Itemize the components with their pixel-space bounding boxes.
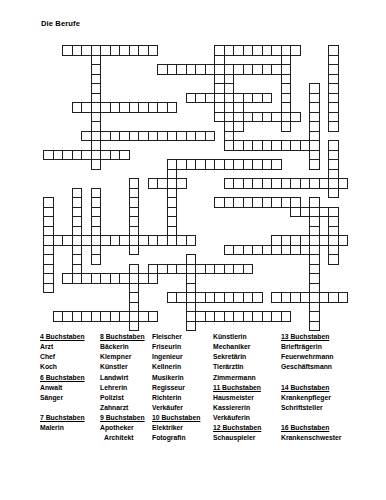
word-list-item: Hausmeister <box>213 393 279 403</box>
crossword-cell[interactable] <box>281 102 292 113</box>
crossword-cell[interactable] <box>43 283 54 294</box>
word-list-item: Kellnerin <box>152 362 212 372</box>
word-list-item: Künstler <box>100 362 152 372</box>
crossword-cell[interactable] <box>129 264 140 275</box>
word-list-column: FleischerFriseurinIngenieurKellnerinMusi… <box>152 332 212 444</box>
crossword-cell[interactable] <box>233 121 244 132</box>
crossword-cell[interactable] <box>224 83 235 94</box>
crossword-cell[interactable] <box>205 131 216 142</box>
crossword-cell[interactable] <box>148 311 159 322</box>
crossword-cell[interactable] <box>224 131 235 142</box>
word-list-item: Schriftsteller <box>281 403 381 413</box>
word-list-item: Elektriker <box>152 423 212 433</box>
crossword-cell[interactable] <box>72 264 83 275</box>
word-list-item: Geschäftsmann <box>281 362 381 372</box>
word-list-column: KünstlerinMechanikerSekretärinTierärztin… <box>213 332 279 444</box>
word-list-item: Klempner <box>100 352 152 362</box>
word-list-header: 12 Buchstaben <box>213 423 279 433</box>
crossword-cell[interactable] <box>186 283 197 294</box>
word-list-item: Lehrerin <box>100 383 152 393</box>
word-list-item: Schauspieler <box>213 433 279 443</box>
word-list-column: 8 BuchstabenBäckerinKlempnerKünstlerLand… <box>100 332 152 444</box>
crossword-cell[interactable] <box>233 102 244 113</box>
crossword-cell[interactable] <box>338 178 349 189</box>
word-list-item: Fleischer <box>152 332 212 342</box>
crossword-cell[interactable] <box>262 93 273 104</box>
crossword-cell[interactable] <box>43 226 54 237</box>
crossword-cell[interactable] <box>309 321 320 332</box>
word-list-header: 14 Buchstaben <box>281 383 381 393</box>
crossword-cell[interactable] <box>309 159 320 170</box>
word-list-item: Fotografin <box>152 433 212 443</box>
crossword-cell[interactable] <box>186 254 197 265</box>
crossword-cell[interactable] <box>328 169 339 180</box>
word-list-item: Feuerwehrmann <box>281 352 381 362</box>
word-list-item: Kassiererin <box>213 403 279 413</box>
word-list-header: 13 Buchstaben <box>281 332 381 342</box>
crossword-cell[interactable] <box>167 102 178 113</box>
crossword-cell[interactable] <box>148 273 159 284</box>
crossword-cell[interactable] <box>129 245 140 256</box>
word-list-item: Zahnarzt <box>100 403 152 413</box>
crossword-cell[interactable] <box>91 159 102 170</box>
word-list-item: Chef <box>40 352 98 362</box>
crossword-cell[interactable] <box>129 321 140 332</box>
crossword-cell[interactable] <box>328 254 339 265</box>
word-list-item: Koch <box>40 362 98 372</box>
word-list-item: Tierärztin <box>213 362 279 372</box>
word-list-item: Verkäufer <box>152 403 212 413</box>
word-list-item: Krankenpfleger <box>281 393 381 403</box>
crossword-cell[interactable] <box>176 178 187 189</box>
word-list-header: 6 Buchstaben <box>40 373 98 383</box>
crossword-cell[interactable] <box>167 226 178 237</box>
word-list: 4 BuchstabenArztChefKoch6 BuchstabenAnwa… <box>0 332 386 447</box>
crossword-cell[interactable] <box>91 121 102 132</box>
word-list-header: 8 Buchstaben <box>100 332 152 342</box>
word-list-item: Sekretärin <box>213 352 279 362</box>
word-list-item <box>281 373 381 383</box>
word-list-column: 13 BuchstabenBriefträgerinFeuerwehrmannG… <box>281 332 381 444</box>
crossword-cell[interactable] <box>186 235 197 246</box>
crossword-cell[interactable] <box>328 226 339 237</box>
word-list-item: Anwalt <box>40 383 98 393</box>
crossword-cell[interactable] <box>91 254 102 265</box>
crossword-cell[interactable] <box>309 283 320 294</box>
crossword-cell[interactable] <box>290 112 301 123</box>
word-list-header: 7 Buchstaben <box>40 413 98 423</box>
word-list-item: Musikerin <box>152 373 212 383</box>
crossword-cell[interactable] <box>281 121 292 132</box>
crossword-cell[interactable] <box>328 121 339 132</box>
crossword-cell[interactable] <box>281 311 292 322</box>
word-list-item <box>40 403 98 413</box>
crossword-cell[interactable] <box>309 226 320 237</box>
word-list-header: 16 Buchstaben <box>281 423 381 433</box>
crossword-cell[interactable] <box>91 140 102 151</box>
word-list-item: Zimmermann <box>213 373 279 383</box>
crossword-cell[interactable] <box>338 292 349 303</box>
word-list-item: Apotheker <box>100 423 152 433</box>
word-list-item: Ingenieur <box>152 352 212 362</box>
word-list-item <box>40 433 98 443</box>
crossword-cell[interactable] <box>328 188 339 199</box>
crossword-cell[interactable] <box>309 131 320 142</box>
crossword-cell[interactable] <box>214 55 225 66</box>
word-list-item: Sänger <box>40 393 98 403</box>
word-list-item: Malerin <box>40 423 98 433</box>
word-list-item: Landwirt <box>100 373 152 383</box>
crossword-cell[interactable] <box>252 292 263 303</box>
word-list-header: 11 Buchstaben <box>213 383 279 393</box>
word-list-item: Regisseur <box>152 383 212 393</box>
word-list-item: Briefträgerin <box>281 342 381 352</box>
word-list-item: Friseurin <box>152 342 212 352</box>
word-list-item: Arzt <box>40 342 98 352</box>
word-list-header: 9 Buchstaben <box>100 413 152 423</box>
page-title: Die Berufe <box>41 19 80 28</box>
word-list-item <box>281 413 381 423</box>
word-list-item: Verkäuferin <box>213 413 279 423</box>
crossword-cell[interactable] <box>338 235 349 246</box>
crossword-cell[interactable] <box>148 45 159 56</box>
word-list-item: Polizist <box>100 393 152 403</box>
word-list-header: 4 Buchstaben <box>40 332 98 342</box>
crossword-cell[interactable] <box>91 226 102 237</box>
word-list-item: Bäckerin <box>100 342 152 352</box>
word-list-item: Krankenschwester <box>281 433 381 443</box>
crossword-cell[interactable] <box>129 226 140 237</box>
crossword-cell[interactable] <box>186 321 197 332</box>
word-list-header: 10 Buchstaben <box>152 413 212 423</box>
word-list-item: Mechaniker <box>213 342 279 352</box>
crossword-cell[interactable] <box>119 150 130 161</box>
word-list-column: 4 BuchstabenArztChefKoch6 BuchstabenAnwa… <box>40 332 98 444</box>
crossword-cell[interactable] <box>72 226 83 237</box>
word-list-item: Richterin <box>152 393 212 403</box>
crossword-cell[interactable] <box>91 93 102 104</box>
crossword-cell[interactable] <box>243 264 254 275</box>
crossword-grid <box>43 45 349 332</box>
crossword-cell[interactable] <box>290 45 301 56</box>
crossword-cell[interactable] <box>129 302 140 313</box>
crossword-cell[interactable] <box>271 159 282 170</box>
word-list-item: Architekt <box>100 433 152 443</box>
word-list-item: Künstlerin <box>213 332 279 342</box>
crossword-cell[interactable] <box>309 197 320 208</box>
crossword-cell[interactable] <box>167 169 178 180</box>
